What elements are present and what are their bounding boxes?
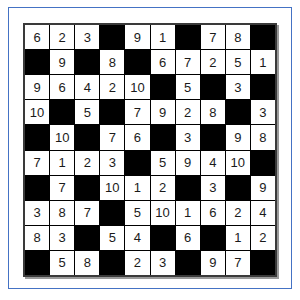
cell-r3c5[interactable]: 10: [125, 75, 149, 99]
cell-r7c3: [75, 176, 99, 200]
cell-r5c6: [151, 125, 175, 149]
cell-r5c4[interactable]: 7: [100, 125, 124, 149]
cell-r8c7[interactable]: 1: [176, 201, 200, 225]
cell-r1c2[interactable]: 2: [50, 25, 74, 49]
cell-r8c4: [100, 201, 124, 225]
cell-r8c10[interactable]: 4: [251, 201, 275, 225]
cell-r10c10: [251, 251, 275, 275]
cell-r9c4[interactable]: 5: [100, 226, 124, 250]
cell-r5c7[interactable]: 3: [176, 125, 200, 149]
cell-r9c1[interactable]: 8: [25, 226, 49, 250]
cell-r3c3[interactable]: 4: [75, 75, 99, 99]
cell-r6c5: [125, 151, 149, 175]
cell-r7c8[interactable]: 3: [201, 176, 225, 200]
cell-r9c5[interactable]: 4: [125, 226, 149, 250]
cell-r6c1[interactable]: 7: [25, 151, 49, 175]
cell-r9c9[interactable]: 1: [226, 226, 250, 250]
cell-r6c3[interactable]: 2: [75, 151, 99, 175]
cell-r10c3[interactable]: 8: [75, 251, 99, 275]
cell-r1c10: [251, 25, 275, 49]
cell-r5c10[interactable]: 8: [251, 125, 275, 149]
cell-r4c5[interactable]: 7: [125, 100, 149, 124]
cell-r7c10[interactable]: 9: [251, 176, 275, 200]
cell-r2c2[interactable]: 9: [50, 50, 74, 74]
cell-r4c1[interactable]: 10: [25, 100, 49, 124]
cell-r4c8[interactable]: 8: [201, 100, 225, 124]
cell-r9c8: [201, 226, 225, 250]
cell-r9c6: [151, 226, 175, 250]
cell-r5c5[interactable]: 6: [125, 125, 149, 149]
cell-r1c8[interactable]: 7: [201, 25, 225, 49]
cell-r6c10: [251, 151, 275, 175]
cell-r2c9[interactable]: 5: [226, 50, 250, 74]
cell-r5c8: [201, 125, 225, 149]
cell-r7c5[interactable]: 1: [125, 176, 149, 200]
cell-r4c4: [100, 100, 124, 124]
cell-r1c7: [176, 25, 200, 49]
cell-r10c7: [176, 251, 200, 275]
cell-r1c1[interactable]: 6: [25, 25, 49, 49]
cell-r1c9[interactable]: 8: [226, 25, 250, 49]
cell-r2c7[interactable]: 7: [176, 50, 200, 74]
cell-r9c7[interactable]: 6: [176, 226, 200, 250]
cell-r5c1: [25, 125, 49, 149]
cell-r8c1[interactable]: 3: [25, 201, 49, 225]
cell-r2c8[interactable]: 2: [201, 50, 225, 74]
cell-r10c1: [25, 251, 49, 275]
cell-r10c8[interactable]: 9: [201, 251, 225, 275]
cell-r1c3[interactable]: 3: [75, 25, 99, 49]
cell-r10c6[interactable]: 3: [151, 251, 175, 275]
cell-r3c6: [151, 75, 175, 99]
cell-r4c9: [226, 100, 250, 124]
cell-r4c3[interactable]: 5: [75, 100, 99, 124]
cell-r8c2[interactable]: 8: [50, 201, 74, 225]
cell-r8c9[interactable]: 2: [226, 201, 250, 225]
cell-r2c6[interactable]: 6: [151, 50, 175, 74]
cell-r3c9[interactable]: 3: [226, 75, 250, 99]
cell-r3c2[interactable]: 6: [50, 75, 74, 99]
cell-r6c6[interactable]: 5: [151, 151, 175, 175]
cell-r8c6[interactable]: 10: [151, 201, 175, 225]
cell-r3c4[interactable]: 2: [100, 75, 124, 99]
cell-r2c3: [75, 50, 99, 74]
cell-r7c9: [226, 176, 250, 200]
cell-r8c8[interactable]: 6: [201, 201, 225, 225]
cell-r2c1: [25, 50, 49, 74]
cell-r9c10[interactable]: 2: [251, 226, 275, 250]
cell-r4c2: [50, 100, 74, 124]
cell-r9c3: [75, 226, 99, 250]
cell-r3c8: [201, 75, 225, 99]
cell-r4c6[interactable]: 9: [151, 100, 175, 124]
cell-r8c5[interactable]: 5: [125, 201, 149, 225]
cell-r6c8[interactable]: 4: [201, 151, 225, 175]
cell-r9c2[interactable]: 3: [50, 226, 74, 250]
puzzle-board: 6239178986725196421053105792831076398712…: [23, 23, 277, 277]
cell-r6c4[interactable]: 3: [100, 151, 124, 175]
cell-r7c1: [25, 176, 49, 200]
cell-r3c1[interactable]: 9: [25, 75, 49, 99]
cell-r10c4: [100, 251, 124, 275]
cell-r3c10: [251, 75, 275, 99]
cell-r2c5: [125, 50, 149, 74]
cell-r5c9[interactable]: 9: [226, 125, 250, 149]
cell-r10c5[interactable]: 2: [125, 251, 149, 275]
cell-r2c4[interactable]: 8: [100, 50, 124, 74]
cell-r5c3: [75, 125, 99, 149]
screenshot-canvas: 6239178986725196421053105792831076398712…: [0, 0, 300, 300]
cell-r5c2[interactable]: 10: [50, 125, 74, 149]
cell-r2c10[interactable]: 1: [251, 50, 275, 74]
cell-r10c2[interactable]: 5: [50, 251, 74, 275]
cell-r3c7[interactable]: 5: [176, 75, 200, 99]
cell-r8c3[interactable]: 7: [75, 201, 99, 225]
cell-r1c5[interactable]: 9: [125, 25, 149, 49]
cell-r4c7[interactable]: 2: [176, 100, 200, 124]
cell-r7c7: [176, 176, 200, 200]
cell-r1c6[interactable]: 1: [151, 25, 175, 49]
cell-r4c10[interactable]: 3: [251, 100, 275, 124]
cell-r6c9[interactable]: 10: [226, 151, 250, 175]
cell-r1c4: [100, 25, 124, 49]
cell-r7c2[interactable]: 7: [50, 176, 74, 200]
cell-r6c7[interactable]: 9: [176, 151, 200, 175]
cell-r6c2[interactable]: 1: [50, 151, 74, 175]
cell-r10c9[interactable]: 7: [226, 251, 250, 275]
cell-r7c4[interactable]: 10: [100, 176, 124, 200]
cell-r7c6[interactable]: 2: [151, 176, 175, 200]
